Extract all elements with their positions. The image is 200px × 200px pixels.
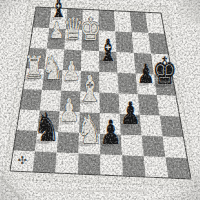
photo-vignette (0, 0, 200, 200)
chess-board-svg: ✣ ······· ♝♟♛♚♝♜♞♟♟♚♝♟♟♞♞♟ (0, 0, 200, 200)
photo-artifacts (0, 0, 200, 200)
chess-photo: ✣ ······· ♝♟♛♚♝♜♞♟♟♚♝♟♟♞♞♟ (0, 0, 200, 200)
